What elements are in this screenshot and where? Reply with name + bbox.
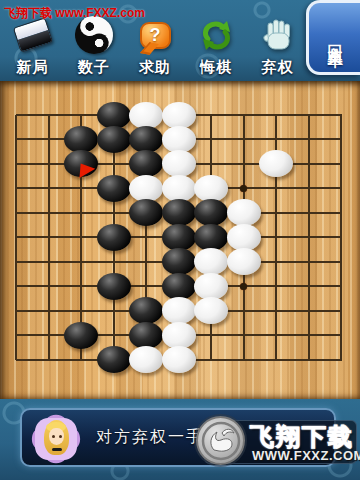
main-menu-button[interactable]: 回主菜单 (306, 0, 360, 75)
white-stone (162, 297, 196, 324)
black-stone (129, 322, 163, 349)
main-menu-label: 回主菜单 (325, 32, 344, 44)
toolbar: 飞翔下载 www.FXXZ.com 新局 数子 ? 求助 (0, 0, 360, 81)
grid-line (340, 115, 342, 360)
black-stone (129, 126, 163, 153)
white-stone (194, 273, 228, 300)
black-stone (97, 273, 131, 300)
white-stone (162, 175, 196, 202)
black-stone (64, 126, 98, 153)
board-grid[interactable] (16, 115, 342, 360)
black-stone (162, 199, 196, 226)
go-game-screen: 飞翔下载 www.FXXZ.com 新局 数子 ? 求助 (0, 0, 360, 480)
black-stone (64, 322, 98, 349)
star-point (240, 283, 247, 290)
count-score-button[interactable]: 数子 (63, 15, 124, 77)
black-stone (129, 199, 163, 226)
black-stone (97, 102, 131, 129)
white-stone (194, 248, 228, 275)
bottom-watermark-url: WWW.FXXZ.COM (252, 448, 360, 463)
black-stone (162, 248, 196, 275)
white-stone (162, 346, 196, 373)
white-stone (129, 102, 163, 129)
white-stone (259, 150, 293, 177)
black-stone (129, 297, 163, 324)
black-stone (162, 224, 196, 251)
white-stone (162, 126, 196, 153)
black-stone (97, 126, 131, 153)
status-bar: 对方弃权一手 飞翔下载 WWW.FXXZ.COM (0, 399, 360, 480)
white-stone (227, 224, 261, 251)
white-stone (194, 297, 228, 324)
count-score-label: 数子 (78, 58, 110, 77)
white-stone (129, 175, 163, 202)
white-stone (162, 322, 196, 349)
top-watermark: 飞翔下载 www.FXXZ.com (4, 5, 145, 22)
undo-button[interactable]: 悔棋 (186, 15, 247, 77)
white-stone (129, 346, 163, 373)
black-stone (194, 199, 228, 226)
pass-label: 弃权 (261, 58, 293, 77)
status-message: 对方弃权一手 (96, 410, 204, 465)
white-stone (227, 199, 261, 226)
black-stone (194, 224, 228, 251)
black-stone (97, 175, 131, 202)
black-stone (129, 150, 163, 177)
help-button[interactable]: ? 求助 (124, 15, 185, 77)
go-board (0, 81, 360, 399)
new-game-button[interactable]: 新局 (2, 15, 63, 77)
new-game-label: 新局 (17, 58, 49, 77)
white-stone (227, 248, 261, 275)
pass-hand-icon (260, 15, 294, 55)
white-stone (194, 175, 228, 202)
white-stone (162, 102, 196, 129)
girl-avatar (30, 413, 82, 465)
undo-arrows-icon (198, 15, 234, 55)
toolbar-buttons: 新局 数子 ? 求助 (2, 15, 308, 77)
white-stone (162, 150, 196, 177)
star-point (240, 185, 247, 192)
black-stone (97, 224, 131, 251)
grid-line (308, 115, 310, 360)
bird-logo-icon (196, 416, 245, 465)
help-label: 求助 (139, 58, 171, 77)
black-stone (97, 346, 131, 373)
black-stone (162, 273, 196, 300)
undo-label: 悔棋 (200, 58, 232, 77)
pass-button[interactable]: 弃权 (247, 15, 308, 77)
